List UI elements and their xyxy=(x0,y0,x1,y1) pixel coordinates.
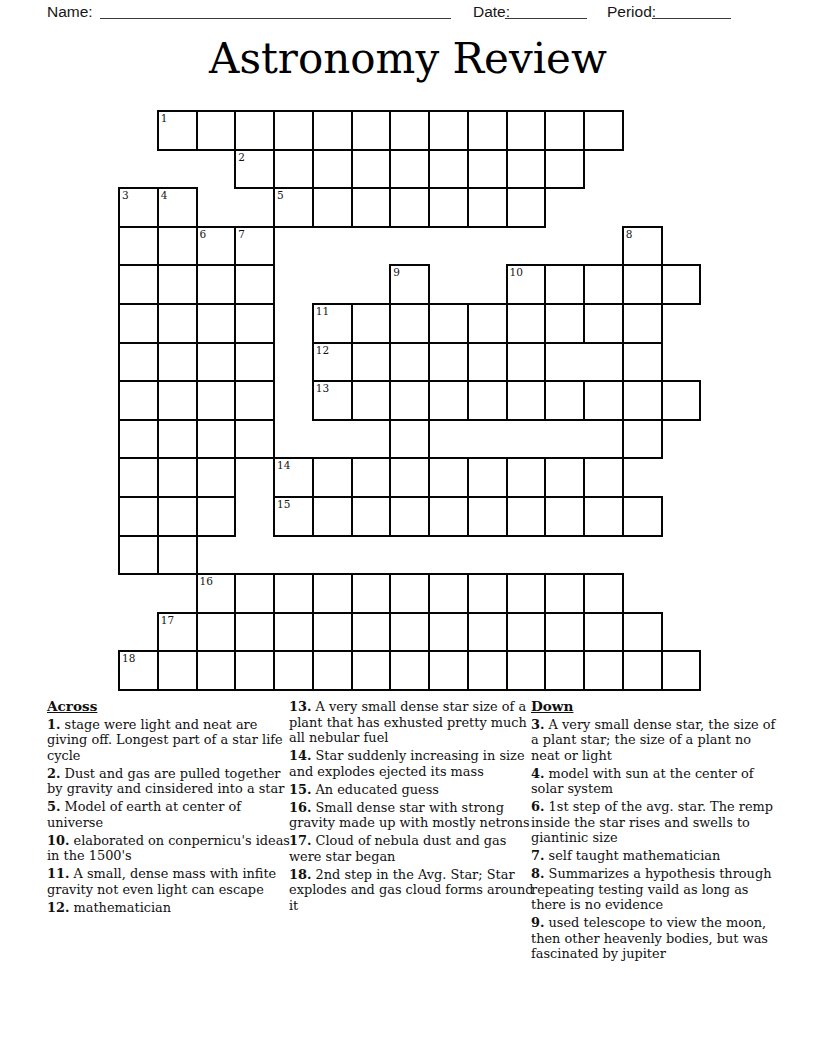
grid-cell-r6c12[interactable] xyxy=(583,342,624,383)
grid-cell-r7c9[interactable] xyxy=(467,380,508,421)
clue-item-12: 12. mathematician xyxy=(47,900,292,916)
clue-item-17: 17. Cloud of nebula dust and gas were st… xyxy=(289,833,534,864)
grid-cell-r6c6[interactable] xyxy=(351,342,392,383)
grid-cell-r13c8[interactable] xyxy=(428,612,469,653)
grid-cell-r0c10[interactable] xyxy=(506,110,547,151)
grid-cell-r12c3[interactable] xyxy=(234,573,275,614)
worksheet-page: { "header": { "name_label": "Name:", "da… xyxy=(0,0,816,1056)
cell-number: 7 xyxy=(238,228,245,240)
grid-cell-r5c5[interactable]: 11 xyxy=(312,303,353,344)
grid-cell-r13c13[interactable] xyxy=(622,612,663,653)
clue-number: 13. xyxy=(289,699,311,714)
clue-number: 11. xyxy=(47,866,69,881)
grid-cell-r10c7[interactable] xyxy=(389,496,430,537)
grid-cell-r9c0[interactable] xyxy=(118,457,159,498)
grid-cell-r4c10[interactable]: 10 xyxy=(506,264,547,305)
grid-cell-r8c0[interactable] xyxy=(118,419,159,460)
grid-cell-r7c10[interactable] xyxy=(506,380,547,421)
grid-cell-r6c13[interactable] xyxy=(622,342,663,383)
clue-number: 14. xyxy=(289,748,311,763)
down-header: Down xyxy=(531,699,776,715)
grid-cell-r9c9[interactable] xyxy=(467,457,508,498)
grid-cell-r7c6[interactable] xyxy=(351,380,392,421)
grid-cell-r6c11[interactable] xyxy=(544,342,585,383)
clue-item-9: 9. used telescope to view the moon, then… xyxy=(531,915,776,962)
grid-cell-r6c3[interactable] xyxy=(234,342,275,383)
grid-cell-r6c2[interactable] xyxy=(196,342,237,383)
cell-number: 15 xyxy=(277,498,290,510)
clue-number: 3. xyxy=(531,717,544,732)
grid-cell-r6c5[interactable]: 12 xyxy=(312,342,353,383)
grid-cell-r5c12[interactable] xyxy=(583,303,624,344)
clue-item-15: 15. An educated guess xyxy=(289,782,534,798)
clue-number: 1. xyxy=(47,717,60,732)
grid-cell-r5c0[interactable] xyxy=(118,303,159,344)
cell-number: 18 xyxy=(122,652,135,664)
grid-cell-r0c9[interactable] xyxy=(467,110,508,151)
grid-cell-r12c5[interactable] xyxy=(312,573,353,614)
clue-number: 9. xyxy=(531,915,544,930)
grid-cell-r4c14[interactable] xyxy=(661,264,702,305)
clue-number: 17. xyxy=(289,833,311,848)
grid-cell-r6c1[interactable] xyxy=(157,342,198,383)
grid-cell-r7c12[interactable] xyxy=(583,380,624,421)
grid-cell-r6c9[interactable] xyxy=(467,342,508,383)
clue-number: 15. xyxy=(289,782,311,797)
clues-across-column: Across 1. stage were light and neat are … xyxy=(47,699,292,918)
grid-cell-r2c4[interactable]: 5 xyxy=(273,187,314,228)
grid-cell-r0c3[interactable] xyxy=(234,110,275,151)
grid-cell-r13c6[interactable] xyxy=(351,612,392,653)
clue-item-18: 18. 2nd step in the Avg. Star; Star expl… xyxy=(289,867,534,914)
grid-cell-r13c2[interactable] xyxy=(196,612,237,653)
grid-cell-r8c7[interactable] xyxy=(389,419,430,460)
clue-number: 6. xyxy=(531,799,544,814)
date-blank-line[interactable] xyxy=(505,2,587,19)
grid-cell-r14c8[interactable] xyxy=(428,650,469,691)
grid-cell-r1c3[interactable]: 2 xyxy=(234,149,275,190)
clue-number: 18. xyxy=(289,867,311,882)
grid-cell-r7c13[interactable] xyxy=(622,380,663,421)
cell-number: 6 xyxy=(200,228,207,240)
grid-cell-r10c6[interactable] xyxy=(351,496,392,537)
cell-number: 8 xyxy=(626,228,633,240)
grid-cell-r1c7[interactable] xyxy=(389,149,430,190)
clue-number: 7. xyxy=(531,848,544,863)
grid-cell-r13c12[interactable] xyxy=(583,612,624,653)
across-header: Across xyxy=(47,699,292,715)
clue-item-14: 14. Star suddenly increasing in size and… xyxy=(289,748,534,779)
grid-cell-r12c7[interactable] xyxy=(389,573,430,614)
clue-item-6: 6. 1st step of the avg. star. The remp i… xyxy=(531,799,776,846)
grid-cell-r6c8[interactable] xyxy=(428,342,469,383)
grid-cell-r14c13[interactable] xyxy=(622,650,663,691)
grid-cell-r0c6[interactable] xyxy=(351,110,392,151)
grid-cell-r13c4[interactable] xyxy=(273,612,314,653)
clue-item-13: 13. A very small dense star size of a pl… xyxy=(289,699,534,746)
grid-cell-r6c10[interactable] xyxy=(506,342,547,383)
grid-cell-r9c8[interactable] xyxy=(428,457,469,498)
clue-number: 12. xyxy=(47,900,69,915)
grid-cell-r9c2[interactable] xyxy=(196,457,237,498)
grid-cell-r7c7[interactable] xyxy=(389,380,430,421)
grid-cell-r13c10[interactable] xyxy=(506,612,547,653)
clue-number: 10. xyxy=(47,833,69,848)
grid-cell-r10c8[interactable] xyxy=(428,496,469,537)
grid-cell-r7c2[interactable] xyxy=(196,380,237,421)
grid-cell-r14c2[interactable] xyxy=(196,650,237,691)
grid-cell-r7c3[interactable] xyxy=(234,380,275,421)
name-blank-line[interactable] xyxy=(100,2,451,19)
grid-cell-r12c10[interactable] xyxy=(506,573,547,614)
period-blank-line[interactable] xyxy=(652,2,731,19)
grid-cell-r1c5[interactable] xyxy=(312,149,353,190)
grid-cell-r13c5[interactable] xyxy=(312,612,353,653)
grid-cell-r13c9[interactable] xyxy=(467,612,508,653)
grid-cell-r11c0[interactable] xyxy=(118,535,159,576)
cell-number: 5 xyxy=(277,189,284,201)
grid-cell-r7c8[interactable] xyxy=(428,380,469,421)
grid-cell-r14c3[interactable] xyxy=(234,650,275,691)
clue-item-10: 10. elaborated on conpernicu's ideas in … xyxy=(47,833,292,864)
grid-cell-r0c8[interactable] xyxy=(428,110,469,151)
grid-cell-r3c13[interactable]: 8 xyxy=(622,226,663,267)
grid-cell-r3c0[interactable] xyxy=(118,226,159,267)
clue-item-11: 11. A small, dense mass with infite grav… xyxy=(47,866,292,897)
clue-number: 2. xyxy=(47,766,60,781)
grid-cell-r8c2[interactable] xyxy=(196,419,237,460)
grid-cell-r3c1[interactable] xyxy=(157,226,198,267)
grid-cell-r7c1[interactable] xyxy=(157,380,198,421)
cell-number: 9 xyxy=(393,266,400,278)
grid-cell-r5c9[interactable] xyxy=(467,303,508,344)
cell-number: 10 xyxy=(510,266,523,278)
grid-cell-r13c1[interactable]: 17 xyxy=(157,612,198,653)
grid-cell-r12c6[interactable] xyxy=(351,573,392,614)
grid-cell-r6c0[interactable] xyxy=(118,342,159,383)
grid-cell-r10c12[interactable] xyxy=(583,496,624,537)
grid-cell-r8c3[interactable] xyxy=(234,419,275,460)
grid-cell-r7c5[interactable]: 13 xyxy=(312,380,353,421)
grid-cell-r12c2[interactable]: 16 xyxy=(196,573,237,614)
cell-number: 3 xyxy=(122,189,129,201)
grid-cell-r4c1[interactable] xyxy=(157,264,198,305)
grid-cell-r10c2[interactable] xyxy=(196,496,237,537)
grid-cell-r14c10[interactable] xyxy=(506,650,547,691)
cell-number: 11 xyxy=(316,305,329,317)
grid-cell-r5c11[interactable] xyxy=(544,303,585,344)
clue-item-8: 8. Summarizes a hypothesis through repea… xyxy=(531,866,776,913)
grid-cell-r9c12[interactable] xyxy=(583,457,624,498)
grid-cell-r8c1[interactable] xyxy=(157,419,198,460)
grid-cell-r5c2[interactable] xyxy=(196,303,237,344)
cell-number: 4 xyxy=(161,189,168,201)
grid-cell-r11c1[interactable] xyxy=(157,535,198,576)
clue-item-5: 5. Model of earth at center of universe xyxy=(47,799,292,830)
grid-cell-r2c7[interactable] xyxy=(389,187,430,228)
grid-cell-r5c1[interactable] xyxy=(157,303,198,344)
grid-cell-r2c6[interactable] xyxy=(351,187,392,228)
grid-cell-r9c11[interactable] xyxy=(544,457,585,498)
grid-cell-r5c10[interactable] xyxy=(506,303,547,344)
grid-cell-r10c13[interactable] xyxy=(622,496,663,537)
grid-cell-r0c12[interactable] xyxy=(583,110,624,151)
grid-cell-r9c7[interactable] xyxy=(389,457,430,498)
clue-number: 16. xyxy=(289,800,311,815)
grid-cell-r1c4[interactable] xyxy=(273,149,314,190)
grid-cell-r10c4[interactable]: 15 xyxy=(273,496,314,537)
grid-cell-r5c8[interactable] xyxy=(428,303,469,344)
grid-cell-r14c0[interactable]: 18 xyxy=(118,650,159,691)
grid-cell-r4c7[interactable]: 9 xyxy=(389,264,430,305)
cell-number: 12 xyxy=(316,344,329,356)
name-label: Name: xyxy=(47,3,93,21)
grid-cell-r4c2[interactable] xyxy=(196,264,237,305)
grid-cell-r14c1[interactable] xyxy=(157,650,198,691)
grid-cell-r13c3[interactable] xyxy=(234,612,275,653)
grid-cell-r7c11[interactable] xyxy=(544,380,585,421)
grid-cell-r2c9[interactable] xyxy=(467,187,508,228)
clue-number: 4. xyxy=(531,766,544,781)
grid-cell-r5c3[interactable] xyxy=(234,303,275,344)
grid-cell-r14c14[interactable] xyxy=(661,650,702,691)
cell-number: 17 xyxy=(161,614,174,626)
grid-cell-r3c2[interactable]: 6 xyxy=(196,226,237,267)
grid-cell-r7c14[interactable] xyxy=(661,380,702,421)
grid-cell-r10c5[interactable] xyxy=(312,496,353,537)
clues-across-column-2: 13. A very small dense star size of a pl… xyxy=(289,699,534,916)
grid-cell-r4c0[interactable] xyxy=(118,264,159,305)
grid-cell-r9c1[interactable] xyxy=(157,457,198,498)
clue-item-7: 7. self taught mathematician xyxy=(531,848,776,864)
grid-cell-r0c11[interactable] xyxy=(544,110,585,151)
grid-cell-r0c7[interactable] xyxy=(389,110,430,151)
grid-cell-r13c11[interactable] xyxy=(544,612,585,653)
grid-cell-r4c3[interactable] xyxy=(234,264,275,305)
grid-cell-r2c10[interactable] xyxy=(506,187,547,228)
clues-down-column: Down 3. A very small dense star, the siz… xyxy=(531,699,776,964)
grid-cell-r13c7[interactable] xyxy=(389,612,430,653)
grid-cell-r0c4[interactable] xyxy=(273,110,314,151)
clue-item-3: 3. A very small dense star, the size of … xyxy=(531,717,776,764)
grid-cell-r8c13[interactable] xyxy=(622,419,663,460)
cell-number: 1 xyxy=(161,112,168,124)
grid-cell-r0c1[interactable]: 1 xyxy=(157,110,198,151)
grid-cell-r4c11[interactable] xyxy=(544,264,585,305)
grid-cell-r0c2[interactable] xyxy=(196,110,237,151)
grid-cell-r12c11[interactable] xyxy=(544,573,585,614)
grid-cell-r1c6[interactable] xyxy=(351,149,392,190)
grid-cell-r3c3[interactable]: 7 xyxy=(234,226,275,267)
grid-cell-r0c5[interactable] xyxy=(312,110,353,151)
grid-cell-r10c11[interactable] xyxy=(544,496,585,537)
grid-cell-r5c7[interactable] xyxy=(389,303,430,344)
grid-cell-r10c0[interactable] xyxy=(118,496,159,537)
grid-cell-r2c5[interactable] xyxy=(312,187,353,228)
clue-number: 8. xyxy=(531,866,544,881)
grid-cell-r7c0[interactable] xyxy=(118,380,159,421)
grid-cell-r14c4[interactable] xyxy=(273,650,314,691)
grid-cell-r2c0[interactable]: 3 xyxy=(118,187,159,228)
grid-cell-r9c5[interactable] xyxy=(312,457,353,498)
page-title: Astronomy Review xyxy=(0,33,816,86)
grid-cell-r10c9[interactable] xyxy=(467,496,508,537)
grid-cell-r14c9[interactable] xyxy=(467,650,508,691)
grid-cell-r4c13[interactable] xyxy=(622,264,663,305)
grid-cell-r10c1[interactable] xyxy=(157,496,198,537)
clue-item-2: 2. Dust and gas are pulled together by g… xyxy=(47,766,292,797)
grid-cell-r1c9[interactable] xyxy=(467,149,508,190)
cell-number: 14 xyxy=(277,459,290,471)
cell-number: 2 xyxy=(238,151,245,163)
grid-cell-r1c8[interactable] xyxy=(428,149,469,190)
grid-cell-r14c12[interactable] xyxy=(583,650,624,691)
grid-cell-r2c1[interactable]: 4 xyxy=(157,187,198,228)
grid-cell-r9c6[interactable] xyxy=(351,457,392,498)
grid-cell-r12c8[interactable] xyxy=(428,573,469,614)
grid-cell-r1c10[interactable] xyxy=(506,149,547,190)
grid-cell-r6c7[interactable] xyxy=(389,342,430,383)
grid-cell-r5c6[interactable] xyxy=(351,303,392,344)
grid-cell-r5c13[interactable] xyxy=(622,303,663,344)
clue-item-1: 1. stage were light and neat are giving … xyxy=(47,717,292,764)
cell-number: 16 xyxy=(200,575,213,587)
grid-cell-r9c10[interactable] xyxy=(506,457,547,498)
grid-cell-r14c11[interactable] xyxy=(544,650,585,691)
grid-cell-r12c12[interactable] xyxy=(583,573,624,614)
grid-cell-r10c10[interactable] xyxy=(506,496,547,537)
grid-cell-r1c11[interactable] xyxy=(544,149,585,190)
grid-cell-r12c9[interactable] xyxy=(467,573,508,614)
grid-cell-r4c12[interactable] xyxy=(583,264,624,305)
clue-number: 5. xyxy=(47,799,60,814)
clue-item-4: 4. model with sun at the center of solar… xyxy=(531,766,776,797)
period-label: Period: xyxy=(607,3,656,21)
grid-cell-r14c7[interactable] xyxy=(389,650,430,691)
grid-cell-r14c5[interactable] xyxy=(312,650,353,691)
cell-number: 13 xyxy=(316,382,329,394)
crossword-grid: 123456789101112131415161718 xyxy=(118,110,701,690)
grid-cell-r14c6[interactable] xyxy=(351,650,392,691)
grid-cell-r9c4[interactable]: 14 xyxy=(273,457,314,498)
grid-cell-r12c4[interactable] xyxy=(273,573,314,614)
clue-item-16: 16. Small dense star with strong gravity… xyxy=(289,800,534,831)
grid-cell-r2c8[interactable] xyxy=(428,187,469,228)
